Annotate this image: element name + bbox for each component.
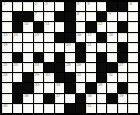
- clue-number: 37: [56, 94, 60, 98]
- block-r9c3: [23, 83, 33, 92]
- cell-r1c9[interactable]: 5: [86, 2, 96, 11]
- cell-r10c13[interactable]: [128, 94, 138, 103]
- cell-r8c4[interactable]: 29: [34, 73, 44, 82]
- cell-r2c4[interactable]: 7: [34, 12, 44, 21]
- clue-number: 34: [56, 83, 60, 87]
- block-r2c10: [97, 12, 107, 21]
- block-r2c2: [13, 12, 23, 21]
- cell-r2c13[interactable]: [128, 12, 138, 21]
- cell-r3c13[interactable]: [128, 22, 138, 31]
- cell-r2c12[interactable]: [118, 12, 128, 21]
- cell-r6c5[interactable]: [44, 53, 54, 62]
- cell-r7c3[interactable]: [23, 63, 33, 72]
- cell-r7c12[interactable]: 27: [118, 63, 128, 72]
- cell-r1c5[interactable]: 3: [44, 2, 54, 11]
- cell-r5c4[interactable]: [34, 43, 44, 52]
- cell-r7c8[interactable]: 26: [76, 63, 86, 72]
- cell-r10c10[interactable]: [97, 94, 107, 103]
- cell-r3c5[interactable]: 11: [44, 22, 54, 31]
- block-r7c5: [44, 63, 54, 72]
- block-r1c11: [107, 2, 117, 11]
- cell-r2c8[interactable]: 8: [76, 12, 86, 21]
- block-r9c7: [65, 83, 75, 92]
- cell-r4c12[interactable]: [118, 33, 128, 42]
- block-r6c4: [34, 53, 44, 62]
- clue-number: 38: [87, 94, 91, 98]
- block-r6c8: [76, 53, 86, 62]
- clue-number: 12: [98, 22, 102, 26]
- block-r8c7: [65, 73, 75, 82]
- block-r7c6: [55, 63, 65, 72]
- cell-r4c13[interactable]: [128, 33, 138, 42]
- block-r8c6: [55, 73, 65, 82]
- clue-number: 9: [108, 12, 110, 16]
- cell-r10c9[interactable]: 38: [86, 94, 96, 103]
- clue-number: 15: [35, 33, 39, 37]
- block-r2c7: [65, 12, 75, 21]
- block-r10c11: [107, 94, 117, 103]
- cell-r6c9[interactable]: [86, 53, 96, 62]
- cell-r10c6[interactable]: 37: [55, 94, 65, 103]
- block-r1c12: [118, 2, 128, 11]
- clue-number: 39: [119, 94, 123, 98]
- cell-r9c10[interactable]: 35: [97, 83, 107, 92]
- block-r6c2: [13, 53, 23, 62]
- clue-number: 17: [87, 33, 91, 37]
- cell-r5c6[interactable]: [55, 43, 65, 52]
- clue-number: 6: [129, 2, 131, 6]
- cell-r7c4[interactable]: 24: [34, 63, 44, 72]
- cell-r10c12[interactable]: 39: [118, 94, 128, 103]
- clue-number: 24: [35, 63, 39, 67]
- cell-r6c1[interactable]: [2, 53, 12, 62]
- clue-number: 31: [77, 73, 81, 77]
- block-r8c10: [97, 73, 107, 82]
- crossword-grid: 1234567891011121314151617181920212223242…: [0, 0, 140, 115]
- cell-r4c5[interactable]: [44, 33, 54, 42]
- block-r2c3: [23, 12, 33, 21]
- clue-number: 20: [66, 43, 70, 47]
- clue-number: 5: [87, 2, 89, 6]
- clue-number: 28: [3, 73, 7, 77]
- block-r6c10: [97, 53, 107, 62]
- block-r8c3: [23, 73, 33, 82]
- block-r3c4: [34, 22, 44, 31]
- cell-r10c4[interactable]: [34, 94, 44, 103]
- cell-r11c10[interactable]: [97, 104, 107, 113]
- cell-r11c4[interactable]: [34, 104, 44, 113]
- cell-r1c8[interactable]: 4: [76, 2, 86, 11]
- cell-r5c10[interactable]: [97, 43, 107, 52]
- cell-r11c11[interactable]: [107, 104, 117, 113]
- cell-r5c11[interactable]: [107, 43, 117, 52]
- clue-number: 35: [98, 83, 102, 87]
- block-r9c9: [86, 83, 96, 92]
- cell-r4c2[interactable]: 14: [13, 33, 23, 42]
- clue-number: 36: [24, 94, 28, 98]
- cell-r7c2[interactable]: 23: [13, 63, 23, 72]
- cell-r9c5[interactable]: [44, 83, 54, 92]
- block-r10c2: [13, 94, 23, 103]
- block-r9c2: [13, 83, 23, 92]
- block-r3c7: [65, 22, 75, 31]
- clue-number: 25: [66, 63, 70, 67]
- cell-r8c11[interactable]: 32: [107, 73, 117, 82]
- cell-r10c1[interactable]: [2, 94, 12, 103]
- cell-r3c10[interactable]: 12: [97, 22, 107, 31]
- block-r5c12: [118, 43, 128, 52]
- block-r7c11: [107, 63, 117, 72]
- block-r5c8: [76, 43, 86, 52]
- block-r10c8: [76, 94, 86, 103]
- cell-r5c9[interactable]: 21: [86, 43, 96, 52]
- block-r9c12: [118, 83, 128, 92]
- cell-r3c11[interactable]: [107, 22, 117, 31]
- clue-number: 14: [14, 33, 18, 37]
- clue-number: 27: [119, 63, 123, 67]
- cell-r1c10[interactable]: [97, 2, 107, 11]
- clue-number: 3: [45, 2, 47, 6]
- clue-number: 1: [3, 2, 5, 6]
- block-r4c6: [55, 33, 65, 42]
- clue-number: 32: [108, 73, 112, 77]
- cell-r5c1[interactable]: 19: [2, 43, 12, 52]
- block-r3c9: [86, 22, 96, 31]
- cell-r3c6[interactable]: [55, 22, 65, 31]
- cell-r3c1[interactable]: [2, 22, 12, 31]
- clue-number: 33: [35, 83, 39, 87]
- cell-r5c3[interactable]: [23, 43, 33, 52]
- cell-r9c13[interactable]: [128, 83, 138, 92]
- clue-number: 23: [14, 63, 18, 67]
- cell-r1c13[interactable]: 6: [128, 2, 138, 11]
- cell-r4c1[interactable]: 13: [2, 33, 12, 42]
- block-r6c12: [118, 53, 128, 62]
- cell-r7c13[interactable]: [128, 63, 138, 72]
- clue-number: 26: [77, 63, 81, 67]
- clue-number: 10: [24, 22, 28, 26]
- clue-number: 2: [35, 2, 37, 6]
- cell-r8c12[interactable]: [118, 73, 128, 82]
- clue-number: 4: [77, 2, 79, 6]
- clue-number: 29: [35, 73, 39, 77]
- clue-number: 18: [108, 33, 112, 37]
- cell-r4c9[interactable]: 17: [86, 33, 96, 42]
- cell-r11c13[interactable]: [128, 104, 138, 113]
- block-r2c6: [55, 12, 65, 21]
- clue-number: 41: [87, 104, 91, 108]
- cell-r11c12[interactable]: [118, 104, 128, 113]
- cell-r11c2[interactable]: [13, 104, 23, 113]
- block-r11c7: [65, 104, 75, 113]
- cell-r4c4[interactable]: 15: [34, 33, 44, 42]
- clue-number: 7: [35, 12, 37, 16]
- cell-r9c6[interactable]: 34: [55, 83, 65, 92]
- cell-r11c6[interactable]: [55, 104, 65, 113]
- cell-r1c6[interactable]: [55, 2, 65, 11]
- cell-r6c3[interactable]: [23, 53, 33, 62]
- cell-r1c2[interactable]: [13, 2, 23, 11]
- cell-r1c4[interactable]: 2: [34, 2, 44, 11]
- block-r3c12: [118, 22, 128, 31]
- cell-r6c7[interactable]: [65, 53, 75, 62]
- clue-number: 19: [3, 43, 7, 47]
- cell-r8c2[interactable]: [13, 73, 23, 82]
- cell-r2c11[interactable]: 9: [107, 12, 117, 21]
- clue-number: 16: [77, 33, 81, 37]
- cell-r7c7[interactable]: 25: [65, 63, 75, 72]
- block-r3c2: [13, 22, 23, 31]
- clue-number: 40: [3, 104, 7, 108]
- block-r1c7: [65, 2, 75, 11]
- cell-r4c8[interactable]: 16: [76, 33, 86, 42]
- block-r7c10: [97, 63, 107, 72]
- clue-number: 11: [45, 22, 49, 26]
- cell-r11c1[interactable]: 40: [2, 104, 12, 113]
- cell-r6c13[interactable]: [128, 53, 138, 62]
- cell-r11c5[interactable]: [44, 104, 54, 113]
- cell-r6c11[interactable]: [107, 53, 117, 62]
- cell-r10c3[interactable]: 36: [23, 94, 33, 103]
- cell-r11c3[interactable]: [23, 104, 33, 113]
- cell-r2c1[interactable]: [2, 12, 12, 21]
- cell-r1c3[interactable]: [23, 2, 33, 11]
- cell-r9c8[interactable]: [76, 83, 86, 92]
- cell-r8c9[interactable]: [86, 73, 96, 82]
- clue-number: 30: [45, 73, 49, 77]
- cell-r11c9[interactable]: 41: [86, 104, 96, 113]
- cell-r5c2[interactable]: [13, 43, 23, 52]
- cell-r4c11[interactable]: 18: [107, 33, 117, 42]
- cell-r8c8[interactable]: 31: [76, 73, 86, 82]
- cell-r9c1[interactable]: [2, 83, 12, 92]
- cell-r9c4[interactable]: 33: [34, 83, 44, 92]
- cell-r7c1[interactable]: 22: [2, 63, 12, 72]
- block-r11c8: [76, 104, 86, 113]
- clue-number: 22: [3, 63, 7, 67]
- block-r6c6: [55, 53, 65, 62]
- clue-number: 8: [77, 12, 79, 16]
- block-r10c5: [44, 94, 54, 103]
- cell-r3c8[interactable]: [76, 22, 86, 31]
- clue-number: 13: [3, 33, 7, 37]
- cell-r2c9[interactable]: [86, 12, 96, 21]
- cell-r5c7[interactable]: 20: [65, 43, 75, 52]
- cell-r10c7[interactable]: [65, 94, 75, 103]
- cell-r7c9[interactable]: [86, 63, 96, 72]
- cell-r5c13[interactable]: [128, 43, 138, 52]
- cell-r8c1[interactable]: 28: [2, 73, 12, 82]
- cell-r2c5[interactable]: [44, 12, 54, 21]
- cell-r8c5[interactable]: 30: [44, 73, 54, 82]
- block-r4c10: [97, 33, 107, 42]
- cell-r1c1[interactable]: 1: [2, 2, 12, 11]
- cell-r5c5[interactable]: [44, 43, 54, 52]
- cell-r8c13[interactable]: [128, 73, 138, 82]
- cell-r9c11[interactable]: [107, 83, 117, 92]
- clue-number: 21: [87, 43, 91, 47]
- cell-r3c3[interactable]: 10: [23, 22, 33, 31]
- cell-r4c3[interactable]: [23, 33, 33, 42]
- block-r4c7: [65, 33, 75, 42]
